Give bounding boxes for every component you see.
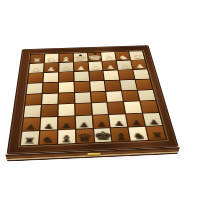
piece-white-pawn[interactable]: ♟ [31,68,41,72]
piece-black-pawn[interactable]: ♟ [61,123,72,129]
square-h3[interactable] [133,69,149,79]
chess-set-photo: ♜♞♝♛♚♝♞♜♟♟♟♟♟♟♟♟♟♟♟♟♟♟♟♟♜♞♝♛♚♝♞♜ [0,0,200,200]
square-b3[interactable] [43,72,58,82]
square-c5[interactable] [58,93,73,104]
square-f4[interactable] [105,80,121,90]
square-d4[interactable] [74,81,89,92]
square-h4[interactable] [136,79,153,89]
square-e6[interactable] [91,103,108,115]
board-frame: ♜♞♝♛♚♝♞♜♟♟♟♟♟♟♟♟♟♟♟♟♟♟♟♟♜♞♝♛♚♝♞♜ [7,45,179,154]
square-c3[interactable] [59,72,73,82]
piece-white-pawn[interactable]: ♟ [135,65,145,69]
piece-white-pawn[interactable]: ♟ [106,66,115,70]
square-f8[interactable]: ♝ [111,128,130,142]
square-c4[interactable] [59,82,74,93]
square-e4[interactable] [90,81,106,92]
square-f2[interactable]: ♟ [103,61,118,70]
square-a7[interactable]: ♟ [22,118,40,131]
piece-white-bishop[interactable]: ♝ [103,55,115,61]
board-grid: ♜♞♝♛♚♝♞♜♟♟♟♟♟♟♟♟♟♟♟♟♟♟♟♟♜♞♝♛♚♝♞♜ [19,51,167,147]
chess-board: ♜♞♝♛♚♝♞♜♟♟♟♟♟♟♟♟♟♟♟♟♟♟♟♟♜♞♝♛♚♝♞♜ [7,45,179,154]
square-g6[interactable] [124,102,142,114]
square-e5[interactable] [91,91,107,102]
piece-white-bishop[interactable]: ♝ [60,56,73,62]
square-b4[interactable] [43,82,58,93]
square-g2[interactable]: ♟ [117,60,132,69]
piece-black-pawn[interactable]: ♟ [113,121,124,127]
square-h1[interactable]: ♜ [129,51,144,60]
piece-white-rook[interactable]: ♜ [32,58,43,63]
square-d6[interactable] [75,103,91,115]
square-h8[interactable]: ♜ [146,126,166,140]
square-d8[interactable]: ♛ [76,129,94,143]
piece-black-pawn[interactable]: ♟ [148,120,160,126]
piece-black-bishop[interactable]: ♝ [59,134,75,143]
square-c1[interactable]: ♝ [59,53,73,62]
square-f5[interactable] [106,91,123,102]
piece-black-rook[interactable]: ♜ [23,137,37,145]
square-a2[interactable]: ♟ [29,63,44,72]
square-a5[interactable] [25,94,41,105]
square-b6[interactable] [41,105,57,117]
square-e3[interactable] [89,71,104,81]
piece-black-knight[interactable]: ♞ [41,136,56,144]
square-a4[interactable] [27,83,43,94]
square-e7[interactable]: ♟ [92,115,109,128]
piece-white-knight[interactable]: ♞ [118,55,129,60]
square-g4[interactable] [120,80,136,90]
square-h7[interactable]: ♟ [143,113,162,126]
piece-black-bishop[interactable]: ♝ [113,132,129,141]
square-c8[interactable]: ♝ [58,130,75,144]
piece-white-king[interactable]: ♚ [87,54,102,61]
square-b2[interactable]: ♟ [44,63,58,72]
piece-white-pawn[interactable]: ♟ [91,66,100,70]
square-h6[interactable] [141,101,159,113]
piece-black-knight[interactable]: ♞ [132,132,147,140]
square-c7[interactable]: ♟ [58,116,75,129]
square-b8[interactable]: ♞ [39,130,57,144]
piece-black-pawn[interactable]: ♟ [131,120,143,126]
square-b5[interactable] [42,93,58,104]
square-c6[interactable] [58,104,74,116]
square-g5[interactable] [122,90,139,101]
piece-black-pawn[interactable]: ♟ [96,122,107,128]
piece-white-rook[interactable]: ♜ [132,55,143,60]
piece-white-pawn[interactable]: ♟ [120,65,130,69]
square-e2[interactable]: ♟ [88,61,103,70]
square-a8[interactable]: ♜ [21,131,39,145]
square-g8[interactable]: ♞ [129,127,148,141]
square-f6[interactable] [108,102,125,114]
square-d5[interactable] [75,92,91,103]
square-g7[interactable]: ♟ [126,114,145,127]
square-f3[interactable] [104,70,120,80]
piece-black-rook[interactable]: ♜ [150,132,164,139]
square-c2[interactable]: ♟ [59,62,73,71]
piece-white-queen[interactable]: ♛ [74,55,88,61]
piece-black-pawn[interactable]: ♟ [79,122,90,128]
square-g3[interactable] [119,70,135,80]
piece-black-pawn[interactable]: ♟ [25,124,37,130]
square-d3[interactable] [74,71,89,81]
piece-white-pawn[interactable]: ♟ [46,68,56,72]
piece-white-pawn[interactable]: ♟ [76,67,85,71]
piece-black-pawn[interactable]: ♟ [43,124,55,130]
square-g1[interactable]: ♞ [115,52,130,61]
square-e1[interactable]: ♚ [87,53,101,62]
square-h5[interactable] [138,90,156,101]
square-d2[interactable]: ♟ [74,62,88,71]
square-a3[interactable] [28,73,43,83]
piece-black-queen[interactable]: ♛ [76,133,94,143]
square-e8[interactable]: ♚ [94,128,112,142]
piece-black-king[interactable]: ♚ [93,131,112,142]
piece-white-pawn[interactable]: ♟ [61,67,71,71]
square-d7[interactable]: ♟ [75,116,92,129]
brass-clasp-icon [88,153,101,156]
square-d1[interactable]: ♛ [73,53,87,62]
square-b1[interactable]: ♞ [45,54,59,63]
square-f1[interactable]: ♝ [101,52,116,61]
square-h2[interactable]: ♟ [131,60,147,69]
piece-white-knight[interactable]: ♞ [46,57,58,62]
square-b7[interactable]: ♟ [40,117,57,130]
square-f7[interactable]: ♟ [109,114,127,127]
square-a1[interactable]: ♜ [30,54,44,63]
square-a6[interactable] [24,105,41,117]
